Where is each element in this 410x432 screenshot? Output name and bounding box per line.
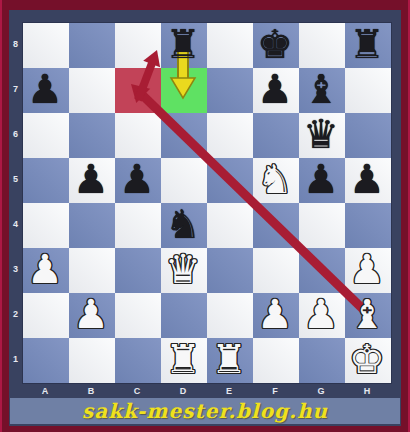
file-label-g: G — [298, 386, 344, 396]
white-pawn-b2[interactable]: ♟ — [68, 292, 114, 337]
square-e3[interactable] — [207, 248, 253, 293]
square-c8[interactable] — [115, 23, 161, 68]
white-king-h1[interactable]: ♚ — [344, 337, 390, 382]
site-watermark: sakk-mester.blog.hu — [82, 399, 328, 423]
rank-label-5: 5 — [9, 174, 22, 184]
black-pawn-a7[interactable]: ♟ — [22, 67, 68, 112]
white-pawn-f2[interactable]: ♟ — [252, 292, 298, 337]
square-f3[interactable] — [253, 248, 299, 293]
square-d7-highlight[interactable] — [161, 68, 207, 113]
white-pawn-h3[interactable]: ♟ — [344, 247, 390, 292]
square-a8[interactable] — [23, 23, 69, 68]
square-h4[interactable] — [345, 203, 391, 248]
square-f1[interactable] — [253, 338, 299, 383]
black-pawn-g5[interactable]: ♟ — [298, 157, 344, 202]
white-bishop-h2[interactable]: ♝ — [344, 292, 390, 337]
rank-label-2: 2 — [9, 309, 22, 319]
square-b7[interactable] — [69, 68, 115, 113]
white-queen-d3[interactable]: ♛ — [160, 247, 206, 292]
square-d2[interactable] — [161, 293, 207, 338]
square-d6[interactable] — [161, 113, 207, 158]
caption-band: sakk-mester.blog.hu — [10, 398, 400, 424]
square-b6[interactable] — [69, 113, 115, 158]
file-label-f: F — [252, 386, 298, 396]
square-c4[interactable] — [115, 203, 161, 248]
square-g1[interactable] — [299, 338, 345, 383]
file-label-d: D — [160, 386, 206, 396]
chess-diagram: ♜♚♜♟♟♝♛♟♟♞♟♟♞♟♛♟♟♟♟♝♜♜♚ 87654321 ABCDEFG… — [0, 0, 410, 432]
black-pawn-f7[interactable]: ♟ — [252, 67, 298, 112]
black-pawn-c5[interactable]: ♟ — [114, 157, 160, 202]
rank-label-8: 8 — [9, 39, 22, 49]
black-knight-d4[interactable]: ♞ — [160, 202, 206, 247]
square-c2[interactable] — [115, 293, 161, 338]
square-b1[interactable] — [69, 338, 115, 383]
black-pawn-h5[interactable]: ♟ — [344, 157, 390, 202]
file-label-e: E — [206, 386, 252, 396]
square-f6[interactable] — [253, 113, 299, 158]
rank-label-1: 1 — [9, 354, 22, 364]
square-e2[interactable] — [207, 293, 253, 338]
square-a4[interactable] — [23, 203, 69, 248]
black-rook-h8[interactable]: ♜ — [344, 22, 390, 67]
square-e4[interactable] — [207, 203, 253, 248]
rank-label-3: 3 — [9, 264, 22, 274]
square-a2[interactable] — [23, 293, 69, 338]
file-label-c: C — [114, 386, 160, 396]
square-b3[interactable] — [69, 248, 115, 293]
square-b4[interactable] — [69, 203, 115, 248]
square-a6[interactable] — [23, 113, 69, 158]
square-h7[interactable] — [345, 68, 391, 113]
square-c3[interactable] — [115, 248, 161, 293]
square-g3[interactable] — [299, 248, 345, 293]
rank-label-4: 4 — [9, 219, 22, 229]
border-edge-left — [0, 0, 2, 432]
white-rook-d1[interactable]: ♜ — [160, 337, 206, 382]
square-c1[interactable] — [115, 338, 161, 383]
file-label-h: H — [344, 386, 390, 396]
black-queen-g6[interactable]: ♛ — [298, 112, 344, 157]
white-pawn-a3[interactable]: ♟ — [22, 247, 68, 292]
file-label-a: A — [22, 386, 68, 396]
white-rook-e1[interactable]: ♜ — [206, 337, 252, 382]
white-knight-f5[interactable]: ♞ — [252, 157, 298, 202]
square-h6[interactable] — [345, 113, 391, 158]
black-pawn-b5[interactable]: ♟ — [68, 157, 114, 202]
square-b8[interactable] — [69, 23, 115, 68]
square-a5[interactable] — [23, 158, 69, 203]
file-label-b: B — [68, 386, 114, 396]
rank-label-7: 7 — [9, 84, 22, 94]
square-e5[interactable] — [207, 158, 253, 203]
square-d5[interactable] — [161, 158, 207, 203]
square-c6[interactable] — [115, 113, 161, 158]
square-g4[interactable] — [299, 203, 345, 248]
square-c7-highlight[interactable] — [115, 68, 161, 113]
square-e8[interactable] — [207, 23, 253, 68]
black-rook-d8[interactable]: ♜ — [160, 22, 206, 67]
square-f4[interactable] — [253, 203, 299, 248]
square-g8[interactable] — [299, 23, 345, 68]
rank-label-6: 6 — [9, 129, 22, 139]
square-e6[interactable] — [207, 113, 253, 158]
black-king-f8[interactable]: ♚ — [252, 22, 298, 67]
square-e7[interactable] — [207, 68, 253, 113]
square-a1[interactable] — [23, 338, 69, 383]
black-bishop-g7[interactable]: ♝ — [298, 67, 344, 112]
white-pawn-g2[interactable]: ♟ — [298, 292, 344, 337]
